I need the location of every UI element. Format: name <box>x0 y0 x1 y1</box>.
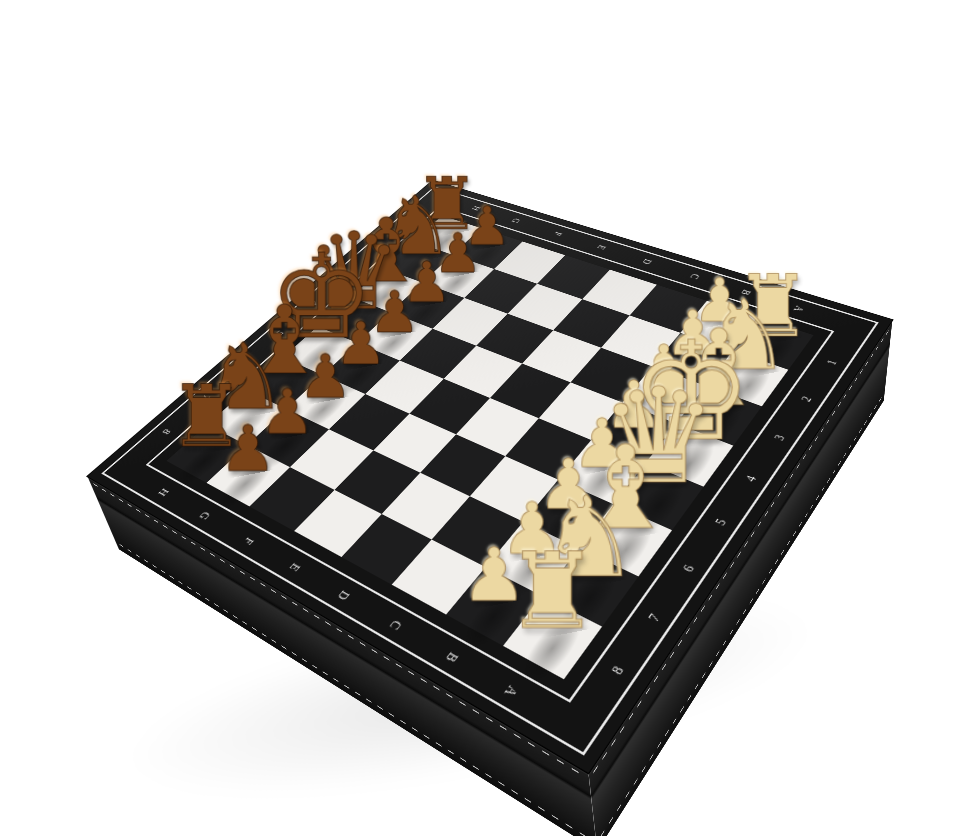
piece-light-rook-a8[interactable]: ♜ <box>485 427 620 636</box>
coord-label-bottom-4: 4 <box>738 469 763 489</box>
coord-label-bottom-7: 1 <box>820 354 843 371</box>
coord-label-left-0: H <box>152 483 176 502</box>
coord-label-bottom-1: 7 <box>640 605 668 630</box>
coord-label-right-2: F <box>548 228 568 240</box>
coord-label-left-5: C <box>382 613 410 637</box>
coord-label-left-4: D <box>330 584 357 607</box>
coord-label-bottom-2: 6 <box>675 557 702 580</box>
square-d8[interactable] <box>342 514 433 585</box>
coord-label-left-7: A <box>497 677 526 704</box>
square-f8[interactable] <box>249 467 334 531</box>
coord-label-bottom-3: 5 <box>708 511 734 533</box>
coord-label-left-2: F <box>236 530 262 551</box>
coord-label-bottom-6: 2 <box>795 390 818 408</box>
square-e7[interactable] <box>335 451 420 514</box>
coord-label-left-6: B <box>438 644 466 670</box>
perspective-wrapper: 8765432187654321HGFEDCBAHGFEDCBA ♜♞♝♚♛♝♞… <box>150 58 830 738</box>
coord-label-left-3: E <box>282 556 308 578</box>
piece-dark-pawn-g8[interactable]: ♟ <box>192 300 305 475</box>
coord-label-bottom-5: 3 <box>767 428 791 447</box>
square-e8[interactable] <box>294 490 382 557</box>
product-photo: 8765432187654321HGFEDCBAHGFEDCBA ♜♞♝♚♛♝♞… <box>0 0 979 836</box>
coord-label-bottom-0: 8 <box>603 657 632 684</box>
coord-label-left-1: G <box>192 506 217 526</box>
